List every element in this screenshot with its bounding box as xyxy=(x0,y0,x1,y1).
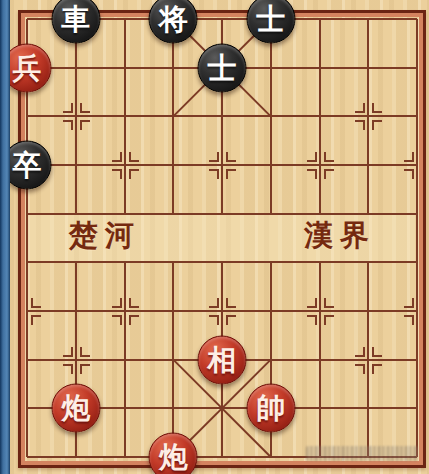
piece-glyph-red-cannon: 炮 xyxy=(61,394,90,423)
piece-red-cannon[interactable]: 炮 xyxy=(149,433,198,474)
piece-glyph-red-general: 帥 xyxy=(256,394,285,423)
piece-glyph-black-chariot: 車 xyxy=(61,5,90,34)
piece-glyph-red-cannon: 炮 xyxy=(159,443,188,472)
piece-red-general[interactable]: 帥 xyxy=(246,384,295,433)
piece-glyph-black-general: 将 xyxy=(159,5,188,34)
board-grid[interactable]: 楚河 漢界 車将士士兵卒相炮帥炮 xyxy=(27,19,417,457)
xiangqi-app-screen: { "game": "xiangqi", "position": { "fen"… xyxy=(0,0,429,474)
piece-black-advisor[interactable]: 士 xyxy=(198,43,247,92)
piece-red-cannon[interactable]: 炮 xyxy=(51,384,100,433)
screen-edge-bar xyxy=(0,0,10,474)
piece-red-elephant[interactable]: 相 xyxy=(198,335,247,384)
piece-glyph-black-soldier: 卒 xyxy=(13,151,42,180)
piece-glyph-black-advisor: 士 xyxy=(208,53,237,82)
piece-glyph-black-advisor: 士 xyxy=(256,5,285,34)
piece-glyph-red-soldier: 兵 xyxy=(13,53,42,82)
watermark-blur xyxy=(306,446,418,461)
piece-glyph-red-elephant: 相 xyxy=(208,345,237,374)
